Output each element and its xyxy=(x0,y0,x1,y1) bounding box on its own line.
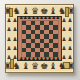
figure-pair: ♟♟ xyxy=(7,17,18,23)
figure-pair: ♟♟ xyxy=(7,36,18,42)
figure-pair: ♟♟ xyxy=(7,54,18,60)
figure-icon: ♟ xyxy=(7,45,12,51)
figure-icon: ♜ xyxy=(67,61,75,72)
inner-board-frame: ♟♟♟♟♟♟♟♟♟♟ ♟♟♟♟♟♟♟♟♟♟ xyxy=(17,16,62,61)
photo-background: ♜♞♝♛♚♝♞♜ ♜♞♝♛♚♝♞♜ ♟♟♟♟♟♟♟♟♟♟ ♟♟♟♟♟♟♟♟♟♟ … xyxy=(0,0,80,80)
figure-pair: ♟♟ xyxy=(7,26,18,32)
figure-pair: ♟♟ xyxy=(62,17,73,23)
board-field xyxy=(18,17,61,60)
figure-icon: ♟ xyxy=(62,26,67,32)
figure-icon: ♝ xyxy=(22,61,30,72)
figure-icon: ♞ xyxy=(13,61,21,72)
figure-icon: ♟ xyxy=(68,26,73,32)
figure-icon: ♟ xyxy=(56,57,60,61)
right-figures: ♟♟♟♟♟♟♟♟♟♟ xyxy=(62,17,72,60)
figure-icon: ♟ xyxy=(62,45,67,51)
figure-icon: ♟ xyxy=(68,54,73,60)
figure-icon: ♟ xyxy=(68,17,73,23)
figure-icon: ♟ xyxy=(7,54,12,60)
figure-pair: ♟♟ xyxy=(7,45,18,51)
figure-icon: ♟ xyxy=(62,54,67,60)
inner-bottom-row: ♟♟♟♟♟♟♟♟♟♟ xyxy=(18,57,61,61)
figure-icon: ♟ xyxy=(7,36,12,42)
figure-icon: ♜ xyxy=(67,6,75,17)
figure-icon: ♝ xyxy=(49,61,57,72)
figure-icon: ♟ xyxy=(62,36,67,42)
figure-icon: ♚ xyxy=(40,61,48,72)
figure-pair: ♟♟ xyxy=(62,36,73,42)
figure-icon: ♜ xyxy=(4,61,12,72)
figure-icon: ♟ xyxy=(7,26,12,32)
figure-icon: ♜ xyxy=(4,6,12,17)
figure-icon: ♟ xyxy=(68,36,73,42)
figure-pair: ♟♟ xyxy=(62,45,73,51)
figure-pair: ♟♟ xyxy=(62,26,73,32)
figure-icon: ♞ xyxy=(58,61,66,72)
bottom-figures: ♜♞♝♛♚♝♞♜ xyxy=(17,61,62,72)
figure-icon: ♟ xyxy=(7,17,12,23)
figure-icon: ♟ xyxy=(68,45,73,51)
left-figures: ♟♟♟♟♟♟♟♟♟♟ xyxy=(7,17,17,60)
figure-icon: ♟ xyxy=(62,17,67,23)
figure-pair: ♟♟ xyxy=(62,54,73,60)
figure-icon: ♛ xyxy=(31,61,39,72)
chess-board: ♜♞♝♛♚♝♞♜ ♜♞♝♛♚♝♞♜ ♟♟♟♟♟♟♟♟♟♟ ♟♟♟♟♟♟♟♟♟♟ … xyxy=(5,4,74,73)
square-h1[interactable] xyxy=(53,52,58,57)
board-grid xyxy=(22,21,58,57)
